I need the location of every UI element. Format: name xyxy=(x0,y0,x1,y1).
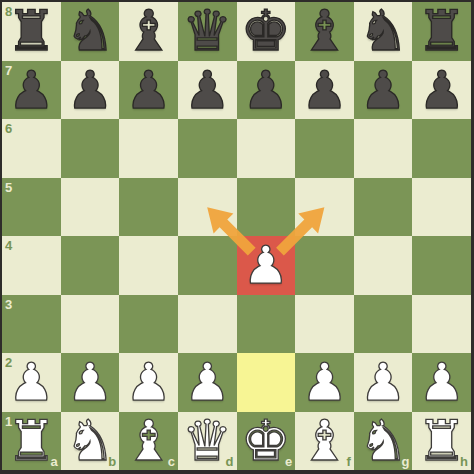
square-g8[interactable]: ♞ xyxy=(354,2,413,61)
square-a3[interactable]: 3 xyxy=(2,295,61,354)
piece-black-pawn[interactable]: ♟ xyxy=(184,64,231,116)
square-d2[interactable]: ♟ xyxy=(178,353,237,412)
square-g1[interactable]: g♞ xyxy=(354,412,413,471)
square-a1[interactable]: 1a♜ xyxy=(2,412,61,471)
piece-black-pawn[interactable]: ♟ xyxy=(243,64,290,116)
square-h5[interactable] xyxy=(412,178,471,237)
square-c2[interactable]: ♟ xyxy=(119,353,178,412)
square-b1[interactable]: b♞ xyxy=(61,412,120,471)
square-d7[interactable]: ♟ xyxy=(178,61,237,120)
square-f1[interactable]: f♝ xyxy=(295,412,354,471)
square-e2[interactable] xyxy=(237,353,296,412)
square-f4[interactable] xyxy=(295,236,354,295)
square-e8[interactable]: ♚ xyxy=(237,2,296,61)
square-e3[interactable] xyxy=(237,295,296,354)
square-d3[interactable] xyxy=(178,295,237,354)
file-label-a: a xyxy=(50,455,57,468)
file-label-e: e xyxy=(285,455,292,468)
piece-white-pawn[interactable]: ♟ xyxy=(418,356,465,408)
piece-black-bishop[interactable]: ♝ xyxy=(123,3,173,59)
square-g5[interactable] xyxy=(354,178,413,237)
piece-white-bishop[interactable]: ♝ xyxy=(299,413,349,469)
square-b3[interactable] xyxy=(61,295,120,354)
square-e5[interactable] xyxy=(237,178,296,237)
piece-black-knight[interactable]: ♞ xyxy=(65,3,115,59)
piece-black-pawn[interactable]: ♟ xyxy=(418,64,465,116)
square-e7[interactable]: ♟ xyxy=(237,61,296,120)
piece-white-pawn[interactable]: ♟ xyxy=(243,239,290,291)
piece-white-rook[interactable]: ♜ xyxy=(6,413,56,469)
piece-black-rook[interactable]: ♜ xyxy=(417,3,467,59)
piece-black-queen[interactable]: ♛ xyxy=(182,3,232,59)
piece-white-pawn[interactable]: ♟ xyxy=(125,356,172,408)
square-d4[interactable] xyxy=(178,236,237,295)
piece-black-pawn[interactable]: ♟ xyxy=(301,64,348,116)
square-g4[interactable] xyxy=(354,236,413,295)
square-e1[interactable]: e♚ xyxy=(237,412,296,471)
square-d5[interactable] xyxy=(178,178,237,237)
square-g7[interactable]: ♟ xyxy=(354,61,413,120)
rank-label-8: 8 xyxy=(5,5,12,18)
square-h6[interactable] xyxy=(412,119,471,178)
piece-black-pawn[interactable]: ♟ xyxy=(125,64,172,116)
square-d8[interactable]: ♛ xyxy=(178,2,237,61)
chess-board[interactable]: 8♜♞♝♛♚♝♞♜7♟♟♟♟♟♟♟♟654♟32♟♟♟♟♟♟♟1a♜b♞c♝d♛… xyxy=(0,0,474,474)
square-a2[interactable]: 2♟ xyxy=(2,353,61,412)
square-f6[interactable] xyxy=(295,119,354,178)
square-d6[interactable] xyxy=(178,119,237,178)
file-label-c: c xyxy=(168,455,175,468)
square-g6[interactable] xyxy=(354,119,413,178)
file-label-h: h xyxy=(460,455,468,468)
file-label-d: d xyxy=(226,455,234,468)
piece-white-pawn[interactable]: ♟ xyxy=(8,356,55,408)
piece-black-pawn[interactable]: ♟ xyxy=(67,64,114,116)
piece-white-pawn[interactable]: ♟ xyxy=(184,356,231,408)
square-c1[interactable]: c♝ xyxy=(119,412,178,471)
rank-label-5: 5 xyxy=(5,181,12,194)
square-c4[interactable] xyxy=(119,236,178,295)
rank-label-3: 3 xyxy=(5,298,12,311)
square-a4[interactable]: 4 xyxy=(2,236,61,295)
square-f8[interactable]: ♝ xyxy=(295,2,354,61)
file-label-f: f xyxy=(346,455,350,468)
square-b4[interactable] xyxy=(61,236,120,295)
piece-black-pawn[interactable]: ♟ xyxy=(360,64,407,116)
square-h1[interactable]: h♜ xyxy=(412,412,471,471)
file-label-g: g xyxy=(401,455,409,468)
piece-white-pawn[interactable]: ♟ xyxy=(301,356,348,408)
square-a8[interactable]: 8♜ xyxy=(2,2,61,61)
square-c7[interactable]: ♟ xyxy=(119,61,178,120)
square-a6[interactable]: 6 xyxy=(2,119,61,178)
piece-white-bishop[interactable]: ♝ xyxy=(123,413,173,469)
square-d1[interactable]: d♛ xyxy=(178,412,237,471)
piece-white-pawn[interactable]: ♟ xyxy=(360,356,407,408)
square-h3[interactable] xyxy=(412,295,471,354)
rank-label-1: 1 xyxy=(5,415,12,428)
piece-white-king[interactable]: ♚ xyxy=(241,413,291,469)
rank-label-6: 6 xyxy=(5,122,12,135)
piece-black-king[interactable]: ♚ xyxy=(241,3,291,59)
square-b6[interactable] xyxy=(61,119,120,178)
square-c8[interactable]: ♝ xyxy=(119,2,178,61)
piece-black-pawn[interactable]: ♟ xyxy=(8,64,55,116)
square-a5[interactable]: 5 xyxy=(2,178,61,237)
piece-black-knight[interactable]: ♞ xyxy=(358,3,408,59)
square-f7[interactable]: ♟ xyxy=(295,61,354,120)
piece-black-bishop[interactable]: ♝ xyxy=(299,3,349,59)
piece-white-pawn[interactable]: ♟ xyxy=(67,356,114,408)
square-c6[interactable] xyxy=(119,119,178,178)
square-g3[interactable] xyxy=(354,295,413,354)
square-b5[interactable] xyxy=(61,178,120,237)
square-f5[interactable] xyxy=(295,178,354,237)
square-h8[interactable]: ♜ xyxy=(412,2,471,61)
square-g2[interactable]: ♟ xyxy=(354,353,413,412)
rank-label-4: 4 xyxy=(5,239,12,252)
square-c3[interactable] xyxy=(119,295,178,354)
square-f3[interactable] xyxy=(295,295,354,354)
square-b8[interactable]: ♞ xyxy=(61,2,120,61)
square-h7[interactable]: ♟ xyxy=(412,61,471,120)
square-h4[interactable] xyxy=(412,236,471,295)
rank-label-2: 2 xyxy=(5,356,12,369)
piece-black-rook[interactable]: ♜ xyxy=(6,3,56,59)
square-h2[interactable]: ♟ xyxy=(412,353,471,412)
square-b2[interactable]: ♟ xyxy=(61,353,120,412)
square-a7[interactable]: 7♟ xyxy=(2,61,61,120)
square-c5[interactable] xyxy=(119,178,178,237)
rank-label-7: 7 xyxy=(5,64,12,77)
square-e4[interactable]: ♟ xyxy=(237,236,296,295)
square-b7[interactable]: ♟ xyxy=(61,61,120,120)
file-label-b: b xyxy=(108,455,116,468)
square-f2[interactable]: ♟ xyxy=(295,353,354,412)
square-e6[interactable] xyxy=(237,119,296,178)
